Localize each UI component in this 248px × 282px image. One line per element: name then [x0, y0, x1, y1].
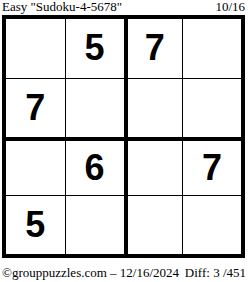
cell-r4c3[interactable]: [124, 195, 183, 254]
header: Easy "Sudoku-4-5678" 10/16: [2, 0, 245, 14]
cell-r3c1[interactable]: [6, 137, 65, 196]
cell-r2c3[interactable]: [124, 78, 183, 137]
footer: ©grouppuzzles.com – 12/16/2024 Diff: 3 /…: [2, 266, 246, 280]
sudoku-page: Easy "Sudoku-4-5678" 10/16 577675 ©group…: [0, 0, 248, 282]
cell-r4c2[interactable]: [65, 195, 124, 254]
cell-r1c3[interactable]: 7: [124, 19, 183, 78]
cell-r3c2[interactable]: 6: [65, 137, 124, 196]
cell-r4c4[interactable]: [182, 195, 241, 254]
cell-r2c1[interactable]: 7: [6, 78, 65, 137]
cell-r2c2[interactable]: [65, 78, 124, 137]
cell-r1c1[interactable]: [6, 19, 65, 78]
cell-r2c4[interactable]: [182, 78, 241, 137]
difficulty-text: Diff: 3 /451: [185, 266, 246, 280]
puzzle-page-indicator: 10/16: [215, 0, 245, 14]
puzzle-title: Easy "Sudoku-4-5678": [2, 0, 122, 14]
cell-r1c2[interactable]: 5: [65, 19, 124, 78]
copyright-text: ©grouppuzzles.com – 12/16/2024: [2, 266, 179, 280]
cell-r3c3[interactable]: [124, 137, 183, 196]
cell-r3c4[interactable]: 7: [182, 137, 241, 196]
sudoku-board: 577675: [2, 15, 245, 258]
cell-r4c1[interactable]: 5: [6, 195, 65, 254]
cell-r1c4[interactable]: [182, 19, 241, 78]
